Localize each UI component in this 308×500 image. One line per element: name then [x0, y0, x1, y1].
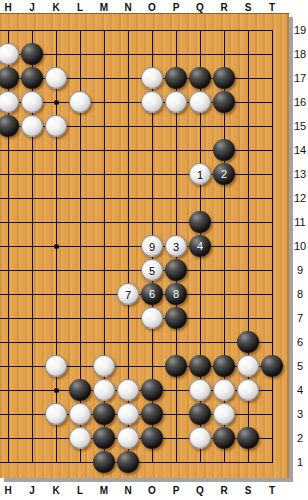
stone-black-P8[interactable]: 8	[165, 283, 187, 305]
stone-white-P16[interactable]	[165, 91, 187, 113]
stone-black-O2[interactable]	[141, 427, 163, 449]
col-label-N: N	[124, 485, 131, 496]
stone-black-P5[interactable]	[165, 355, 187, 377]
row-label-8: 8	[297, 288, 303, 300]
stone-black-P9[interactable]	[165, 259, 187, 281]
col-label-K: K	[52, 485, 59, 496]
go-board[interactable]: 129345768	[0, 13, 289, 478]
stone-white-S5[interactable]	[237, 355, 259, 377]
row-label-2: 2	[297, 432, 303, 444]
col-label-R: R	[220, 485, 227, 496]
stone-black-L4[interactable]	[69, 379, 91, 401]
stone-black-O3[interactable]	[141, 403, 163, 425]
row-label-3: 3	[297, 408, 303, 420]
stone-black-O4[interactable]	[141, 379, 163, 401]
stone-white-N2[interactable]	[117, 427, 139, 449]
col-label-P: P	[173, 485, 180, 496]
stone-black-R13[interactable]: 2	[213, 163, 235, 185]
stone-white-O7[interactable]	[141, 307, 163, 329]
stone-black-R17[interactable]	[213, 67, 235, 89]
star-point-K4	[54, 388, 59, 393]
stone-white-K3[interactable]	[45, 403, 67, 425]
stone-black-M3[interactable]	[93, 403, 115, 425]
col-label-J: J	[29, 1, 35, 12]
stone-white-M4[interactable]	[93, 379, 115, 401]
row-label-18: 18	[294, 48, 306, 60]
stone-white-Q2[interactable]	[189, 427, 211, 449]
col-label-O: O	[148, 1, 156, 12]
col-label-K: K	[52, 1, 59, 12]
stone-black-S6[interactable]	[237, 331, 259, 353]
stone-white-Q16[interactable]	[189, 91, 211, 113]
col-label-P: P	[173, 1, 180, 12]
stone-black-M1[interactable]	[93, 451, 115, 473]
col-label-L: L	[77, 485, 83, 496]
row-label-15: 15	[294, 120, 306, 132]
col-label-S: S	[245, 1, 252, 12]
stone-white-O16[interactable]	[141, 91, 163, 113]
stone-black-P7[interactable]	[165, 307, 187, 329]
stone-black-Q10[interactable]: 4	[189, 235, 211, 257]
stone-black-P17[interactable]	[165, 67, 187, 89]
go-board-viewer: HJKLMNOPQRST 191817161514131211109876543…	[0, 0, 308, 500]
col-label-Q: Q	[196, 1, 204, 12]
row-label-13: 13	[294, 168, 306, 180]
stone-black-M2[interactable]	[93, 427, 115, 449]
col-label-H: H	[4, 1, 11, 12]
stone-black-R14[interactable]	[213, 139, 235, 161]
stone-white-L16[interactable]	[69, 91, 91, 113]
star-point-K16	[54, 100, 59, 105]
row-label-10: 10	[294, 240, 306, 252]
stone-black-Q11[interactable]	[189, 211, 211, 233]
row-label-5: 5	[297, 360, 303, 372]
row-label-6: 6	[297, 336, 303, 348]
stone-white-O17[interactable]	[141, 67, 163, 89]
stone-white-J16[interactable]	[21, 91, 43, 113]
col-label-S: S	[245, 485, 252, 496]
stone-black-R16[interactable]	[213, 91, 235, 113]
col-label-T: T	[269, 485, 275, 496]
stone-black-S2[interactable]	[237, 427, 259, 449]
col-label-J: J	[29, 485, 35, 496]
stone-white-K5[interactable]	[45, 355, 67, 377]
stone-white-Q4[interactable]	[189, 379, 211, 401]
col-label-L: L	[77, 1, 83, 12]
row-label-1: 1	[297, 456, 303, 468]
board-top-edge	[0, 13, 289, 14]
row-label-17: 17	[294, 72, 306, 84]
stone-white-L2[interactable]	[69, 427, 91, 449]
row-label-14: 14	[294, 144, 306, 156]
stone-white-P10[interactable]: 3	[165, 235, 187, 257]
stone-white-M5[interactable]	[93, 355, 115, 377]
row-label-7: 7	[297, 312, 303, 324]
col-label-M: M	[100, 485, 108, 496]
stone-white-S4[interactable]	[237, 379, 259, 401]
col-label-R: R	[220, 1, 227, 12]
stone-white-J15[interactable]	[21, 115, 43, 137]
stone-white-K15[interactable]	[45, 115, 67, 137]
col-label-O: O	[148, 485, 156, 496]
stone-black-Q5[interactable]	[189, 355, 211, 377]
row-label-19: 19	[294, 24, 306, 36]
row-label-11: 11	[294, 216, 305, 228]
stone-white-N4[interactable]	[117, 379, 139, 401]
stone-black-O8[interactable]: 6	[141, 283, 163, 305]
stone-black-Q17[interactable]	[189, 67, 211, 89]
row-label-4: 4	[297, 384, 303, 396]
stone-white-K17[interactable]	[45, 67, 67, 89]
stone-black-N1[interactable]	[117, 451, 139, 473]
col-label-N: N	[124, 1, 131, 12]
stone-black-J17[interactable]	[21, 67, 43, 89]
stone-black-Q3[interactable]	[189, 403, 211, 425]
stone-white-N8[interactable]: 7	[117, 283, 139, 305]
col-label-M: M	[100, 1, 108, 12]
stone-white-N3[interactable]	[117, 403, 139, 425]
star-point-K10	[54, 244, 59, 249]
stone-white-Q13[interactable]: 1	[189, 163, 211, 185]
row-label-12: 12	[294, 192, 306, 204]
stone-black-J18[interactable]	[21, 43, 43, 65]
stone-white-R3[interactable]	[213, 403, 235, 425]
stone-black-T5[interactable]	[261, 355, 283, 377]
stone-white-O9[interactable]: 5	[141, 259, 163, 281]
stone-black-R5[interactable]	[213, 355, 235, 377]
row-label-16: 16	[294, 96, 306, 108]
stone-white-O10[interactable]: 9	[141, 235, 163, 257]
stone-white-L3[interactable]	[69, 403, 91, 425]
stone-white-R4[interactable]	[213, 379, 235, 401]
col-label-T: T	[269, 1, 275, 12]
col-label-Q: Q	[196, 485, 204, 496]
row-label-9: 9	[297, 264, 303, 276]
col-label-H: H	[4, 485, 11, 496]
stone-black-R2[interactable]	[213, 427, 235, 449]
board-right-edge	[287, 13, 289, 478]
